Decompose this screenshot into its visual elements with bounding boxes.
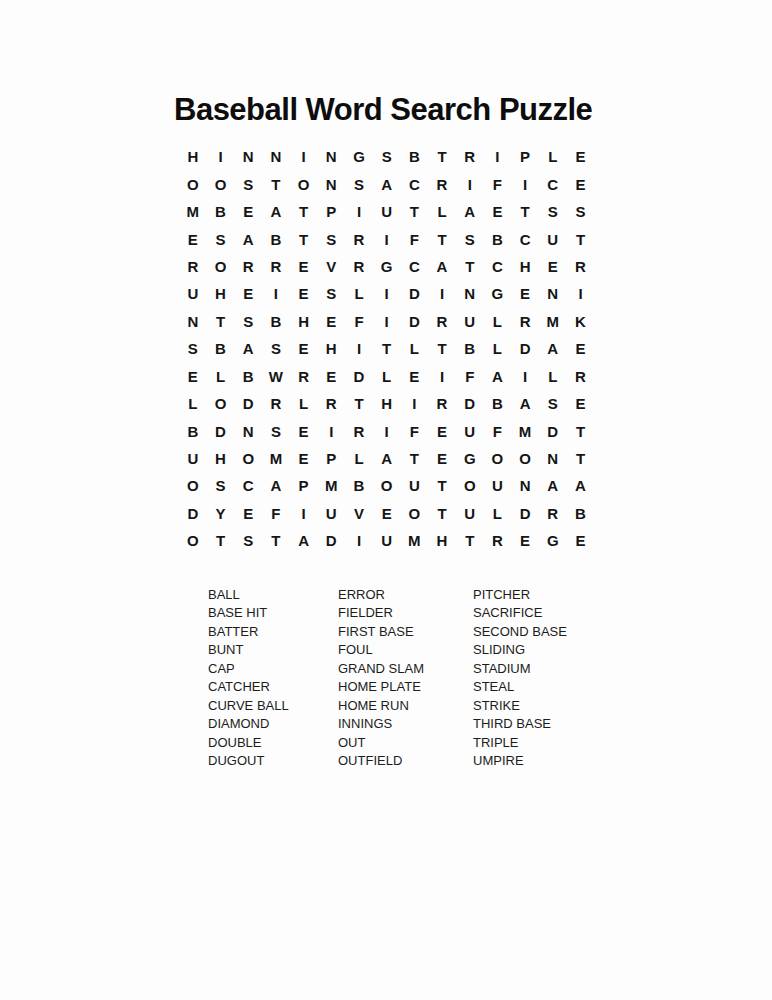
grid-cell: U (539, 225, 567, 252)
word-item: SACRIFICE (473, 604, 567, 622)
grid-cell: D (234, 390, 262, 417)
grid-cell: I (401, 390, 429, 417)
grid-cell: O (207, 253, 235, 280)
grid-cell: R (290, 363, 318, 390)
grid-cell: B (401, 143, 429, 170)
grid-cell: E (317, 363, 345, 390)
grid-cell: S (456, 225, 484, 252)
grid-cell: F (345, 308, 373, 335)
grid-cell: T (567, 445, 595, 472)
grid-cell: H (207, 280, 235, 307)
word-item: STADIUM (473, 660, 567, 678)
puzzle-page: Baseball Word Search Puzzle HINNINGSBTRI… (0, 0, 772, 1000)
grid-cell: G (345, 143, 373, 170)
grid-cell: A (234, 335, 262, 362)
grid-cell: A (373, 445, 401, 472)
grid-cell: D (456, 390, 484, 417)
grid-cell: S (317, 280, 345, 307)
grid-cell: C (234, 472, 262, 499)
grid-cell: E (539, 253, 567, 280)
word-item: STEAL (473, 678, 567, 696)
grid-cell: O (179, 472, 207, 499)
grid-cell: H (373, 390, 401, 417)
grid-cell: E (567, 527, 595, 554)
grid-cell: L (539, 143, 567, 170)
grid-cell: H (290, 308, 318, 335)
grid-cell: B (234, 363, 262, 390)
grid-cell: O (290, 170, 318, 197)
grid-cell: N (511, 472, 539, 499)
grid-cell: B (567, 500, 595, 527)
grid-cell: E (290, 417, 318, 444)
grid-cell: I (345, 527, 373, 554)
word-item: BATTER (208, 623, 289, 641)
grid-cell: O (373, 472, 401, 499)
grid-cell: H (428, 527, 456, 554)
grid-cell: L (290, 390, 318, 417)
grid-cell: C (401, 253, 429, 280)
grid-cell: A (511, 390, 539, 417)
grid-cell: O (179, 527, 207, 554)
grid-cell: E (484, 198, 512, 225)
word-item: UMPIRE (473, 752, 567, 770)
grid-cell: Y (207, 500, 235, 527)
grid-cell: N (179, 308, 207, 335)
grid-cell: U (373, 198, 401, 225)
grid-cell: E (290, 445, 318, 472)
grid-cell: I (345, 198, 373, 225)
grid-cell: E (428, 417, 456, 444)
grid-cell: B (207, 198, 235, 225)
grid-cell: R (484, 527, 512, 554)
grid-cell: A (262, 198, 290, 225)
grid-cell: R (567, 363, 595, 390)
grid-cell: L (428, 198, 456, 225)
word-item: BASE HIT (208, 604, 289, 622)
grid-cell: A (428, 253, 456, 280)
word-item: STRIKE (473, 697, 567, 715)
word-item: DUGOUT (208, 752, 289, 770)
grid-cell: O (207, 170, 235, 197)
word-item: GRAND SLAM (338, 660, 424, 678)
grid-cell: R (234, 253, 262, 280)
grid-cell: N (539, 280, 567, 307)
grid-cell: C (511, 225, 539, 252)
grid-cell: M (511, 417, 539, 444)
grid-cell: R (262, 390, 290, 417)
grid-cell: G (539, 527, 567, 554)
grid-cell: R (567, 253, 595, 280)
grid-cell: T (345, 390, 373, 417)
grid-cell: E (428, 445, 456, 472)
grid-cell: E (401, 363, 429, 390)
grid-cell: T (262, 170, 290, 197)
grid-cell: P (317, 198, 345, 225)
grid-cell: S (539, 390, 567, 417)
grid-cell: D (401, 280, 429, 307)
grid-cell: S (567, 198, 595, 225)
grid-cell: C (539, 170, 567, 197)
grid-cell: I (511, 363, 539, 390)
grid-cell: R (511, 308, 539, 335)
grid-cell: B (484, 390, 512, 417)
grid-cell: R (345, 253, 373, 280)
word-item: CATCHER (208, 678, 289, 696)
grid-cell: R (317, 390, 345, 417)
grid-cell: S (262, 417, 290, 444)
word-list-column: ERRORFIELDERFIRST BASEFOULGRAND SLAMHOME… (338, 586, 424, 770)
grid-cell: P (511, 143, 539, 170)
grid-cell: I (373, 280, 401, 307)
grid-cell: D (179, 500, 207, 527)
grid-cell: I (290, 500, 318, 527)
grid-cell: E (567, 390, 595, 417)
word-list-column: BALLBASE HITBATTERBUNTCAPCATCHERCURVE BA… (208, 586, 289, 770)
grid-cell: U (456, 417, 484, 444)
grid-cell: T (401, 445, 429, 472)
grid-cell: R (345, 225, 373, 252)
grid-cell: I (456, 170, 484, 197)
grid-cell: T (207, 308, 235, 335)
grid-cell: A (484, 363, 512, 390)
grid-cell: E (290, 280, 318, 307)
grid-cell: E (290, 253, 318, 280)
grid-cell: S (179, 335, 207, 362)
grid-cell: D (511, 335, 539, 362)
grid-cell: O (401, 500, 429, 527)
grid-cell: I (484, 143, 512, 170)
grid-cell: A (262, 472, 290, 499)
grid-cell: B (179, 417, 207, 444)
grid-cell: L (179, 390, 207, 417)
grid-cell: S (373, 143, 401, 170)
grid-cell: T (567, 417, 595, 444)
grid-cell: V (345, 500, 373, 527)
grid-cell: H (511, 253, 539, 280)
grid-cell: U (373, 527, 401, 554)
grid-cell: R (456, 143, 484, 170)
grid-cell: V (317, 253, 345, 280)
grid-cell: B (207, 335, 235, 362)
word-item: FIELDER (338, 604, 424, 622)
word-item: HOME RUN (338, 697, 424, 715)
grid-cell: T (428, 225, 456, 252)
grid-cell: S (234, 170, 262, 197)
grid-cell: G (456, 445, 484, 472)
grid-cell: S (207, 472, 235, 499)
grid-cell: L (345, 445, 373, 472)
grid-cell: U (456, 500, 484, 527)
grid-cell: I (567, 280, 595, 307)
word-item: DOUBLE (208, 734, 289, 752)
grid-cell: F (401, 225, 429, 252)
grid-cell: E (511, 527, 539, 554)
grid-cell: E (179, 225, 207, 252)
grid-cell: B (456, 335, 484, 362)
grid-cell: T (456, 527, 484, 554)
grid-cell: E (373, 500, 401, 527)
grid-cell: E (234, 500, 262, 527)
grid-cell: D (511, 500, 539, 527)
word-item: INNINGS (338, 715, 424, 733)
grid-cell: M (539, 308, 567, 335)
grid-cell: A (373, 170, 401, 197)
grid-cell: E (511, 280, 539, 307)
grid-cell: T (456, 253, 484, 280)
grid-cell: E (290, 335, 318, 362)
grid-cell: C (484, 253, 512, 280)
grid-cell: N (234, 143, 262, 170)
grid-cell: G (373, 253, 401, 280)
grid-cell: H (317, 335, 345, 362)
grid-cell: N (456, 280, 484, 307)
grid-cell: I (428, 363, 456, 390)
grid-cell: D (207, 417, 235, 444)
grid-cell: L (345, 280, 373, 307)
grid-cell: D (539, 417, 567, 444)
grid-cell: L (207, 363, 235, 390)
word-item: ERROR (338, 586, 424, 604)
word-item: BUNT (208, 641, 289, 659)
grid-cell: R (179, 253, 207, 280)
grid-cell: O (179, 170, 207, 197)
grid-cell: R (428, 308, 456, 335)
grid-cell: C (401, 170, 429, 197)
grid-cell: U (401, 472, 429, 499)
grid-cell: G (484, 280, 512, 307)
grid-cell: U (456, 308, 484, 335)
grid-cell: T (290, 198, 318, 225)
grid-cell: S (207, 225, 235, 252)
word-search-grid: HINNINGSBTRIPLEOOSTONSACRIFICEMBEATPIUTL… (179, 143, 594, 555)
grid-cell: P (290, 472, 318, 499)
grid-cell: I (373, 308, 401, 335)
grid-cell: N (234, 417, 262, 444)
grid-cell: P (317, 445, 345, 472)
grid-cell: S (345, 170, 373, 197)
grid-cell: M (179, 198, 207, 225)
grid-cell: B (484, 225, 512, 252)
grid-cell: H (179, 143, 207, 170)
grid-cell: A (234, 225, 262, 252)
grid-cell: T (373, 335, 401, 362)
grid-cell: S (234, 527, 262, 554)
grid-cell: I (207, 143, 235, 170)
grid-cell: F (262, 500, 290, 527)
grid-cell: M (401, 527, 429, 554)
grid-cell: K (567, 308, 595, 335)
grid-cell: N (262, 143, 290, 170)
grid-cell: T (428, 335, 456, 362)
grid-cell: M (262, 445, 290, 472)
grid-cell: E (567, 170, 595, 197)
grid-cell: A (290, 527, 318, 554)
grid-cell: M (317, 472, 345, 499)
grid-cell: U (179, 445, 207, 472)
grid-cell: T (401, 198, 429, 225)
grid-cell: S (539, 198, 567, 225)
grid-cell: F (456, 363, 484, 390)
word-item: FIRST BASE (338, 623, 424, 641)
grid-cell: O (456, 472, 484, 499)
grid-cell: A (539, 335, 567, 362)
word-item: SLIDING (473, 641, 567, 659)
word-item: THIRD BASE (473, 715, 567, 733)
word-item: FOUL (338, 641, 424, 659)
grid-cell: E (317, 308, 345, 335)
grid-cell: I (428, 280, 456, 307)
puzzle-title: Baseball Word Search Puzzle (174, 92, 592, 128)
grid-cell: O (234, 445, 262, 472)
word-item: OUTFIELD (338, 752, 424, 770)
grid-cell: T (290, 225, 318, 252)
grid-cell: I (290, 143, 318, 170)
grid-cell: F (484, 170, 512, 197)
grid-cell: S (317, 225, 345, 252)
word-item: SECOND BASE (473, 623, 567, 641)
grid-cell: B (262, 225, 290, 252)
grid-cell: F (484, 417, 512, 444)
grid-cell: R (262, 253, 290, 280)
grid-cell: W (262, 363, 290, 390)
grid-cell: I (373, 225, 401, 252)
grid-cell: T (428, 472, 456, 499)
word-item: DIAMOND (208, 715, 289, 733)
grid-cell: L (484, 500, 512, 527)
grid-cell: F (401, 417, 429, 444)
grid-cell: T (428, 143, 456, 170)
grid-cell: B (345, 472, 373, 499)
grid-cell: U (317, 500, 345, 527)
grid-cell: R (428, 390, 456, 417)
grid-cell: D (401, 308, 429, 335)
grid-cell: S (234, 308, 262, 335)
grid-cell: N (317, 143, 345, 170)
grid-cell: O (511, 445, 539, 472)
grid-cell: O (207, 390, 235, 417)
grid-cell: T (262, 527, 290, 554)
grid-cell: T (207, 527, 235, 554)
grid-cell: B (262, 308, 290, 335)
grid-cell: L (539, 363, 567, 390)
grid-cell: T (428, 500, 456, 527)
grid-cell: D (317, 527, 345, 554)
word-item: BALL (208, 586, 289, 604)
grid-cell: A (539, 472, 567, 499)
grid-cell: T (567, 225, 595, 252)
grid-cell: L (401, 335, 429, 362)
grid-cell: D (345, 363, 373, 390)
grid-cell: R (428, 170, 456, 197)
grid-cell: I (511, 170, 539, 197)
grid-cell: E (567, 143, 595, 170)
grid-cell: H (207, 445, 235, 472)
grid-cell: E (567, 335, 595, 362)
word-item: CURVE BALL (208, 697, 289, 715)
grid-cell: E (179, 363, 207, 390)
grid-cell: I (262, 280, 290, 307)
grid-cell: S (262, 335, 290, 362)
grid-cell: E (234, 280, 262, 307)
grid-cell: L (373, 363, 401, 390)
grid-cell: I (345, 335, 373, 362)
grid-cell: A (567, 472, 595, 499)
word-item: CAP (208, 660, 289, 678)
grid-cell: I (373, 417, 401, 444)
grid-cell: T (511, 198, 539, 225)
word-item: HOME PLATE (338, 678, 424, 696)
grid-cell: U (179, 280, 207, 307)
grid-cell: L (484, 335, 512, 362)
grid-cell: I (317, 417, 345, 444)
grid-cell: O (484, 445, 512, 472)
grid-cell: N (317, 170, 345, 197)
grid-cell: R (345, 417, 373, 444)
grid-cell: E (234, 198, 262, 225)
word-item: PITCHER (473, 586, 567, 604)
grid-cell: U (484, 472, 512, 499)
word-item: OUT (338, 734, 424, 752)
grid-cell: L (484, 308, 512, 335)
grid-cell: R (539, 500, 567, 527)
grid-cell: A (456, 198, 484, 225)
word-item: TRIPLE (473, 734, 567, 752)
grid-cell: N (539, 445, 567, 472)
word-list-column: PITCHERSACRIFICESECOND BASESLIDINGSTADIU… (473, 586, 567, 770)
